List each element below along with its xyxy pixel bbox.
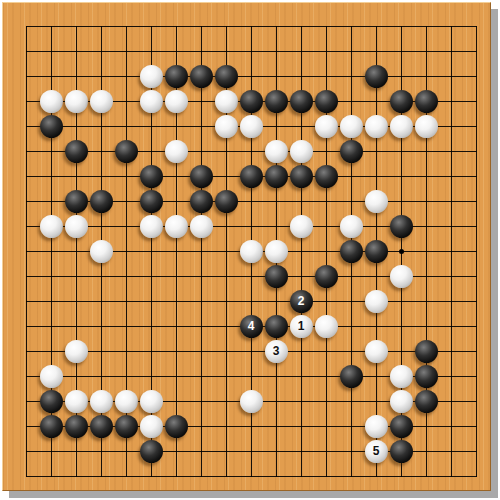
stone-black <box>190 165 213 188</box>
stone-black <box>390 415 413 438</box>
stone-black: 4 <box>240 315 263 338</box>
stone-black <box>415 390 438 413</box>
stone-black <box>415 340 438 363</box>
stone-black <box>140 190 163 213</box>
stone-black <box>415 365 438 388</box>
stone-black <box>90 190 113 213</box>
stone-white <box>140 65 163 88</box>
stone-black <box>40 390 63 413</box>
stone-white <box>190 215 213 238</box>
stone-white <box>290 215 313 238</box>
stone-white <box>40 90 63 113</box>
stone-black <box>90 415 113 438</box>
stone-white <box>215 115 238 138</box>
stone-black <box>265 90 288 113</box>
stone-black <box>115 140 138 163</box>
stone-white <box>40 215 63 238</box>
stone-white <box>340 115 363 138</box>
stone-white: 1 <box>290 315 313 338</box>
stone-black: 2 <box>290 290 313 313</box>
stone-black <box>390 215 413 238</box>
stone-white <box>215 90 238 113</box>
stone-white: 3 <box>265 340 288 363</box>
stone-white <box>90 90 113 113</box>
move-number-label: 4 <box>248 315 255 338</box>
stone-black <box>215 65 238 88</box>
stone-black <box>165 415 188 438</box>
stone-black <box>40 415 63 438</box>
stone-black <box>390 440 413 463</box>
stone-white <box>40 365 63 388</box>
stone-white <box>365 415 388 438</box>
stone-black <box>365 65 388 88</box>
stone-black <box>65 415 88 438</box>
stone-white <box>265 140 288 163</box>
stone-black <box>140 440 163 463</box>
stone-white <box>65 390 88 413</box>
move-number-label: 5 <box>373 440 380 463</box>
star-point <box>399 249 404 254</box>
stone-white <box>165 140 188 163</box>
stone-black <box>365 240 388 263</box>
stone-white <box>115 390 138 413</box>
stone-white <box>390 265 413 288</box>
stone-white <box>365 115 388 138</box>
move-number-label: 3 <box>273 340 280 363</box>
move-number-label: 1 <box>298 315 305 338</box>
stone-black <box>340 140 363 163</box>
stone-black <box>265 265 288 288</box>
stone-black <box>290 90 313 113</box>
stone-white <box>315 115 338 138</box>
stone-white <box>90 390 113 413</box>
stone-white <box>365 290 388 313</box>
stone-white <box>315 315 338 338</box>
stone-black <box>290 165 313 188</box>
stone-black <box>315 165 338 188</box>
stone-white <box>390 365 413 388</box>
stone-white <box>390 115 413 138</box>
go-board[interactable]: 24135 <box>2 2 491 491</box>
stone-white <box>240 115 263 138</box>
stone-white <box>165 90 188 113</box>
stone-black <box>240 90 263 113</box>
stone-black <box>140 165 163 188</box>
stone-black <box>340 365 363 388</box>
stone-white <box>240 390 263 413</box>
stone-white: 5 <box>365 440 388 463</box>
stone-white <box>290 140 313 163</box>
stone-black <box>215 190 238 213</box>
stone-black <box>390 90 413 113</box>
stone-white <box>140 90 163 113</box>
go-diagram: 24135 <box>0 0 500 500</box>
stone-white <box>140 390 163 413</box>
stone-white <box>65 215 88 238</box>
stone-white <box>265 240 288 263</box>
stone-black <box>190 190 213 213</box>
stone-black <box>115 415 138 438</box>
stone-black <box>40 115 63 138</box>
stone-white <box>65 340 88 363</box>
stone-black <box>415 90 438 113</box>
stone-black <box>315 265 338 288</box>
stone-white <box>140 215 163 238</box>
stone-black <box>190 65 213 88</box>
stone-black <box>65 190 88 213</box>
stone-white <box>165 215 188 238</box>
move-number-label: 2 <box>298 290 305 313</box>
stone-white <box>90 240 113 263</box>
stone-white <box>140 415 163 438</box>
stone-black <box>165 65 188 88</box>
stone-black <box>265 165 288 188</box>
stone-white <box>415 115 438 138</box>
stone-white <box>390 390 413 413</box>
stone-black <box>265 315 288 338</box>
stone-black <box>240 165 263 188</box>
stone-black <box>65 140 88 163</box>
stone-black <box>340 240 363 263</box>
stone-white <box>340 215 363 238</box>
stone-black <box>315 90 338 113</box>
stone-white <box>240 240 263 263</box>
stone-white <box>65 90 88 113</box>
stone-white <box>365 340 388 363</box>
stone-white <box>365 190 388 213</box>
